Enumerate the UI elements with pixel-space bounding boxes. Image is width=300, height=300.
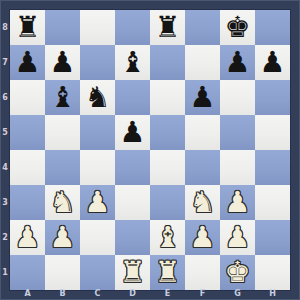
square-f2[interactable]: ♟	[185, 220, 220, 255]
square-g3[interactable]: ♟	[220, 185, 255, 220]
square-b6[interactable]: ♝	[45, 80, 80, 115]
square-h4[interactable]	[255, 150, 290, 185]
square-c1[interactable]	[80, 255, 115, 290]
chess-board: ♜♜♚♟♟♝♟♟♝♞♟♟♞♟♞♟♟♟♝♟♟♜♜♚	[10, 10, 290, 290]
piece-white-king[interactable]: ♚	[225, 255, 251, 290]
square-b8[interactable]	[45, 10, 80, 45]
square-b1[interactable]	[45, 255, 80, 290]
square-g4[interactable]	[220, 150, 255, 185]
piece-black-bishop[interactable]: ♝	[50, 80, 76, 115]
piece-black-bishop[interactable]: ♝	[120, 45, 146, 80]
square-f4[interactable]	[185, 150, 220, 185]
square-a5[interactable]	[10, 115, 45, 150]
square-c4[interactable]	[80, 150, 115, 185]
rank-label-2: 2	[0, 220, 10, 255]
square-h6[interactable]	[255, 80, 290, 115]
file-label-e: E	[150, 289, 185, 300]
square-d5[interactable]: ♟	[115, 115, 150, 150]
square-f8[interactable]	[185, 10, 220, 45]
square-h5[interactable]	[255, 115, 290, 150]
square-g5[interactable]	[220, 115, 255, 150]
file-label-b: B	[45, 289, 80, 300]
chess-board-widget: ♜♜♚♟♟♝♟♟♝♞♟♟♞♟♞♟♟♟♝♟♟♜♜♚ 87654321 ABCDEF…	[0, 0, 300, 300]
square-a6[interactable]	[10, 80, 45, 115]
piece-black-knight[interactable]: ♞	[85, 80, 111, 115]
square-e1[interactable]: ♜	[150, 255, 185, 290]
piece-white-pawn[interactable]: ♟	[225, 185, 251, 220]
square-d7[interactable]: ♝	[115, 45, 150, 80]
square-b3[interactable]: ♞	[45, 185, 80, 220]
square-d2[interactable]	[115, 220, 150, 255]
square-e6[interactable]	[150, 80, 185, 115]
square-b2[interactable]: ♟	[45, 220, 80, 255]
piece-white-knight[interactable]: ♞	[50, 185, 76, 220]
square-b4[interactable]	[45, 150, 80, 185]
square-c7[interactable]	[80, 45, 115, 80]
square-d4[interactable]	[115, 150, 150, 185]
square-f7[interactable]	[185, 45, 220, 80]
piece-white-pawn[interactable]: ♟	[190, 220, 216, 255]
square-g8[interactable]: ♚	[220, 10, 255, 45]
square-a8[interactable]: ♜	[10, 10, 45, 45]
square-e8[interactable]: ♜	[150, 10, 185, 45]
piece-white-rook[interactable]: ♜	[155, 255, 181, 290]
square-d6[interactable]	[115, 80, 150, 115]
square-d1[interactable]: ♜	[115, 255, 150, 290]
square-e4[interactable]	[150, 150, 185, 185]
piece-black-pawn[interactable]: ♟	[190, 80, 216, 115]
rank-label-5: 5	[0, 115, 10, 150]
piece-white-rook[interactable]: ♜	[120, 255, 146, 290]
piece-white-bishop[interactable]: ♝	[155, 220, 181, 255]
rank-label-8: 8	[0, 10, 10, 45]
square-c3[interactable]: ♟	[80, 185, 115, 220]
rank-labels: 87654321	[0, 10, 10, 290]
rank-label-4: 4	[0, 150, 10, 185]
piece-black-rook[interactable]: ♜	[15, 10, 41, 45]
file-label-h: H	[255, 289, 290, 300]
square-a4[interactable]	[10, 150, 45, 185]
rank-label-3: 3	[0, 185, 10, 220]
square-h8[interactable]	[255, 10, 290, 45]
square-d8[interactable]	[115, 10, 150, 45]
piece-black-pawn[interactable]: ♟	[260, 45, 286, 80]
piece-black-rook[interactable]: ♜	[155, 10, 181, 45]
square-b7[interactable]: ♟	[45, 45, 80, 80]
file-labels: ABCDEFGH	[10, 289, 290, 300]
piece-white-knight[interactable]: ♞	[190, 185, 216, 220]
piece-black-pawn[interactable]: ♟	[50, 45, 76, 80]
square-h1[interactable]	[255, 255, 290, 290]
square-g2[interactable]: ♟	[220, 220, 255, 255]
piece-black-pawn[interactable]: ♟	[15, 45, 41, 80]
piece-black-king[interactable]: ♚	[225, 10, 251, 45]
file-label-a: A	[10, 289, 45, 300]
square-e2[interactable]: ♝	[150, 220, 185, 255]
piece-white-pawn[interactable]: ♟	[85, 185, 111, 220]
file-label-f: F	[185, 289, 220, 300]
square-c6[interactable]: ♞	[80, 80, 115, 115]
square-e3[interactable]	[150, 185, 185, 220]
piece-black-pawn[interactable]: ♟	[225, 45, 251, 80]
rank-label-6: 6	[0, 80, 10, 115]
square-e5[interactable]	[150, 115, 185, 150]
rank-label-7: 7	[0, 45, 10, 80]
square-g6[interactable]	[220, 80, 255, 115]
square-h7[interactable]: ♟	[255, 45, 290, 80]
square-g7[interactable]: ♟	[220, 45, 255, 80]
square-f1[interactable]	[185, 255, 220, 290]
square-g1[interactable]: ♚	[220, 255, 255, 290]
piece-black-pawn[interactable]: ♟	[120, 115, 146, 150]
square-c5[interactable]	[80, 115, 115, 150]
piece-white-pawn[interactable]: ♟	[15, 220, 41, 255]
file-label-c: C	[80, 289, 115, 300]
square-d3[interactable]	[115, 185, 150, 220]
square-f5[interactable]	[185, 115, 220, 150]
square-f3[interactable]: ♞	[185, 185, 220, 220]
square-a3[interactable]	[10, 185, 45, 220]
square-f6[interactable]: ♟	[185, 80, 220, 115]
square-h2[interactable]	[255, 220, 290, 255]
piece-white-pawn[interactable]: ♟	[50, 220, 76, 255]
square-e7[interactable]	[150, 45, 185, 80]
square-h3[interactable]	[255, 185, 290, 220]
file-label-d: D	[115, 289, 150, 300]
square-b5[interactable]	[45, 115, 80, 150]
square-a7[interactable]: ♟	[10, 45, 45, 80]
square-a1[interactable]	[10, 255, 45, 290]
rank-label-1: 1	[0, 255, 10, 290]
piece-white-pawn[interactable]: ♟	[225, 220, 251, 255]
file-label-g: G	[220, 289, 255, 300]
square-c8[interactable]	[80, 10, 115, 45]
square-c2[interactable]	[80, 220, 115, 255]
square-a2[interactable]: ♟	[10, 220, 45, 255]
